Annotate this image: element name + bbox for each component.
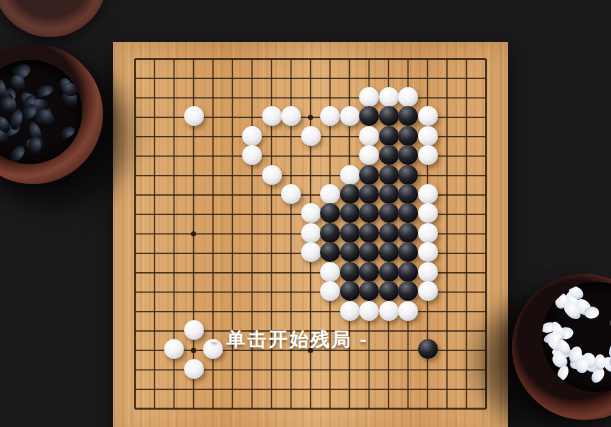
white-stone — [379, 87, 399, 107]
black-stone — [398, 165, 418, 185]
white-stone — [320, 106, 340, 126]
black-stone — [398, 203, 418, 223]
black-stone — [359, 165, 379, 185]
white-stone — [418, 145, 438, 165]
white-stone — [340, 301, 360, 321]
black-stone — [379, 242, 399, 262]
black-stone — [398, 223, 418, 243]
black-stone — [379, 262, 399, 282]
black-stone — [340, 281, 360, 301]
white-stone — [398, 87, 418, 107]
bowl-lid — [0, 0, 107, 37]
black-stone — [418, 339, 438, 359]
white-stone — [242, 145, 262, 165]
white-stone — [418, 106, 438, 126]
stones-layer — [113, 42, 508, 427]
white-bowl-stone — [584, 307, 599, 319]
white-stone — [340, 106, 360, 126]
white-stone — [242, 126, 262, 146]
black-stone — [379, 203, 399, 223]
black-stone — [379, 281, 399, 301]
black-stone — [340, 262, 360, 282]
black-stone — [359, 262, 379, 282]
black-stone — [398, 262, 418, 282]
black-stone — [359, 242, 379, 262]
black-stone — [379, 145, 399, 165]
white-stone — [359, 87, 379, 107]
black-stone — [398, 242, 418, 262]
black-stone — [359, 203, 379, 223]
white-stone — [301, 203, 321, 223]
white-stone — [418, 223, 438, 243]
black-stone — [398, 106, 418, 126]
white-stone — [164, 339, 184, 359]
white-stone — [184, 106, 204, 126]
black-stone — [359, 281, 379, 301]
white-stone — [359, 126, 379, 146]
white-stone-bowl-contents — [542, 282, 611, 392]
black-stone — [398, 184, 418, 204]
white-stone — [379, 301, 399, 321]
black-stone — [379, 184, 399, 204]
black-stone — [379, 126, 399, 146]
white-stone — [418, 242, 438, 262]
white-stone — [340, 165, 360, 185]
white-stone — [418, 184, 438, 204]
black-stone — [379, 165, 399, 185]
white-stone — [418, 203, 438, 223]
white-stone — [359, 301, 379, 321]
black-stone — [359, 184, 379, 204]
white-stone — [398, 301, 418, 321]
black-stone — [398, 126, 418, 146]
black-stone-bowl-contents — [0, 60, 82, 164]
white-stone — [184, 359, 204, 379]
black-stone — [379, 223, 399, 243]
white-stone — [301, 242, 321, 262]
white-stone — [184, 320, 204, 340]
black-stone — [320, 203, 340, 223]
black-stone — [359, 223, 379, 243]
white-stone — [301, 126, 321, 146]
white-stone — [359, 145, 379, 165]
white-stone — [281, 184, 301, 204]
black-stone — [340, 223, 360, 243]
black-bowl-stone — [28, 137, 41, 155]
white-stone — [281, 106, 301, 126]
black-stone — [340, 203, 360, 223]
black-stone — [379, 106, 399, 126]
black-bowl-stone — [7, 143, 28, 164]
white-stone — [418, 262, 438, 282]
white-stone — [320, 262, 340, 282]
white-stone — [418, 281, 438, 301]
black-stone — [320, 223, 340, 243]
start-endgame-prompt[interactable]: - 单击开始残局 - — [211, 327, 368, 353]
black-stone — [398, 145, 418, 165]
black-stone — [359, 106, 379, 126]
black-stone — [340, 184, 360, 204]
go-board[interactable] — [113, 42, 508, 427]
white-stone — [320, 184, 340, 204]
white-stone — [262, 106, 282, 126]
game-screen: - 单击开始残局 - — [0, 0, 611, 427]
white-stone — [301, 223, 321, 243]
black-stone — [398, 281, 418, 301]
black-bowl-stone — [34, 83, 55, 99]
white-stone — [262, 165, 282, 185]
black-stone — [320, 242, 340, 262]
white-stone — [320, 281, 340, 301]
black-bowl-stone — [57, 124, 76, 141]
white-stone — [418, 126, 438, 146]
black-stone — [340, 242, 360, 262]
